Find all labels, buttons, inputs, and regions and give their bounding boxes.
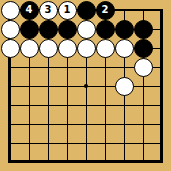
stone-black [134, 20, 153, 39]
stone-white [39, 39, 58, 58]
stone-black [20, 20, 39, 39]
stone-black [77, 1, 96, 20]
stone-white [20, 39, 39, 58]
stone-black [39, 20, 58, 39]
stone-black-move-2: 2 [96, 1, 115, 20]
go-board-diagram: 4312 [0, 0, 171, 171]
stone-black [134, 39, 153, 58]
stone-white [1, 20, 20, 39]
move-number-label: 1 [64, 5, 71, 15]
stone-white [1, 39, 20, 58]
stone-white-move-3: 3 [39, 1, 58, 20]
move-number-label: 3 [45, 5, 52, 15]
stone-black-move-4: 4 [20, 1, 39, 20]
stone-white [115, 39, 134, 58]
stone-white [115, 77, 134, 96]
stone-black [115, 20, 134, 39]
move-number-label: 4 [26, 5, 33, 15]
hoshi-point [84, 84, 88, 88]
stone-white [96, 39, 115, 58]
stone-white-move-1: 1 [58, 1, 77, 20]
stone-white [77, 39, 96, 58]
stone-white [134, 58, 153, 77]
stone-white [58, 39, 77, 58]
stone-black [58, 20, 77, 39]
move-number-label: 2 [102, 5, 109, 15]
stone-white [77, 20, 96, 39]
stone-white [1, 1, 20, 20]
stone-black [96, 20, 115, 39]
